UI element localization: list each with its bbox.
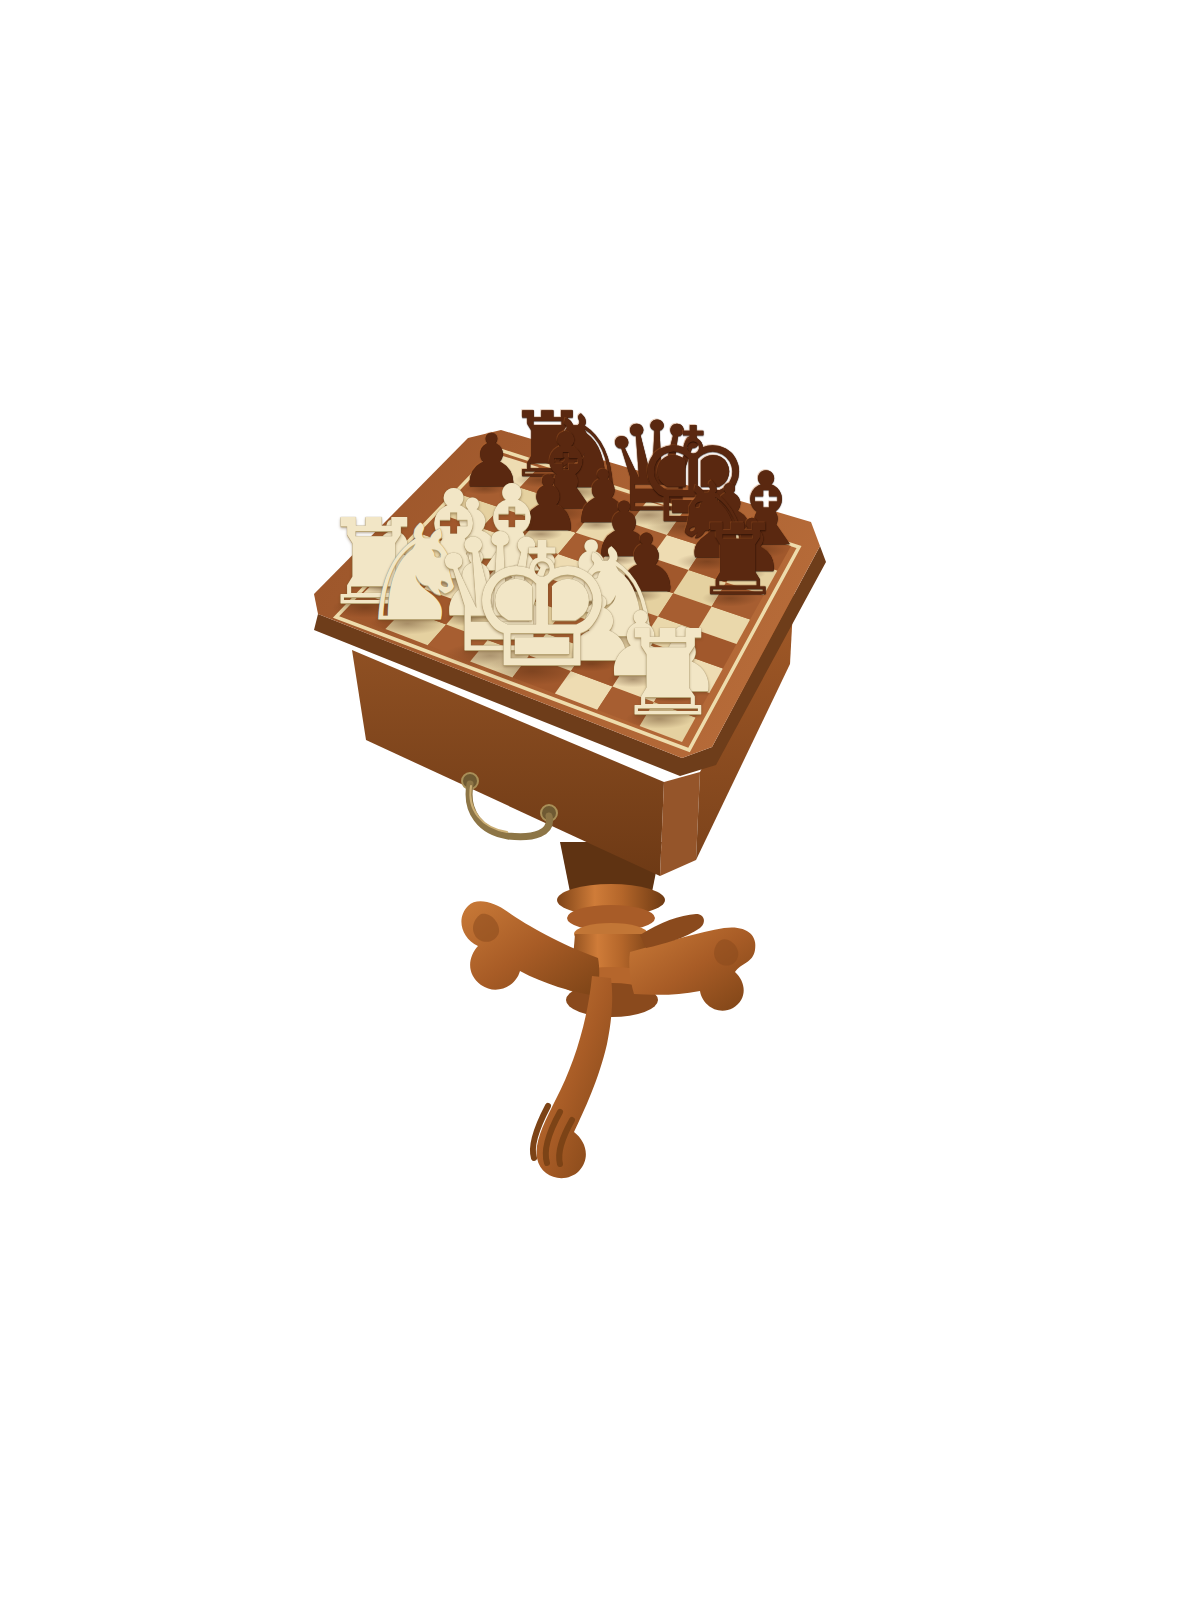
apron-corner-chamfer — [660, 772, 700, 876]
chess-table-product-photo: ♜♟♞♝♛♟♚♟♟♝♟♞♟♟♝♝♟♟♜♟♜♟♞♟♞♛♟♚♟♟♜ — [0, 0, 1200, 1600]
chess-table-illustration — [0, 0, 1200, 1600]
